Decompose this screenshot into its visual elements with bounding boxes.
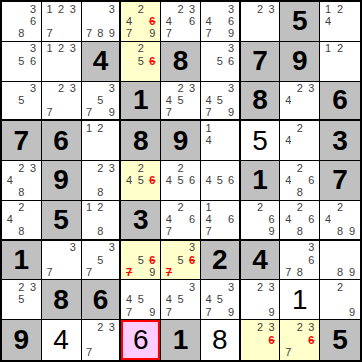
empty-slot xyxy=(16,106,28,118)
candidate-4: 4 xyxy=(322,214,334,226)
empty-slot xyxy=(27,226,39,238)
empty-slot xyxy=(175,266,187,278)
cell-r5c5[interactable]: 2456 xyxy=(161,161,201,201)
cell-r4c8[interactable]: 24 xyxy=(280,121,320,161)
empty-slot xyxy=(322,202,334,214)
candidate-7: 7 xyxy=(163,106,175,118)
pencilmark-grid: 2348 xyxy=(2,161,41,200)
candidate-5: 5 xyxy=(16,55,28,67)
empty-slot xyxy=(294,174,306,186)
candidate-5: 5 xyxy=(135,294,147,306)
candidate-3: 3 xyxy=(27,43,39,55)
candidate-2: 2 xyxy=(175,3,187,15)
cell-r3c1[interactable]: 35 xyxy=(2,82,42,122)
cell-r8c7[interactable]: 239 xyxy=(241,280,281,320)
pencilmark-grid: 5679 xyxy=(121,241,160,280)
empty-slot xyxy=(306,135,318,147)
empty-slot xyxy=(294,147,306,159)
empty-slot xyxy=(186,28,198,40)
cell-r8c4[interactable]: 4579 xyxy=(121,280,161,320)
pencilmark-grid: 2489 xyxy=(320,201,360,239)
pencilmark-grid: 456 xyxy=(201,161,239,200)
candidate-6: 6 xyxy=(225,15,236,27)
cell-r2c1[interactable]: 356 xyxy=(2,42,42,82)
empty-slot xyxy=(55,28,67,40)
empty-slot xyxy=(163,281,175,293)
cell-r3c9[interactable]: 6 xyxy=(320,82,360,122)
cell-r3c2[interactable]: 237 xyxy=(42,82,82,122)
candidate-6: 6 xyxy=(225,174,236,186)
empty-slot xyxy=(243,321,255,334)
empty-slot xyxy=(334,28,346,40)
cell-r7c1[interactable]: 1 xyxy=(2,241,42,281)
empty-slot xyxy=(95,242,106,254)
pencilmark-grid: 24679 xyxy=(121,2,160,41)
cell-r1c4[interactable]: 24679 xyxy=(121,2,161,42)
candidate-7: 7 xyxy=(203,306,214,318)
cell-r7c9[interactable]: 89 xyxy=(320,241,360,281)
candidate-2: 2 xyxy=(254,3,266,15)
cell-r2c7[interactable]: 7 xyxy=(241,42,281,82)
candidate-2: 2 xyxy=(135,43,147,55)
cell-r6c4[interactable]: 3 xyxy=(121,201,161,241)
empty-slot xyxy=(4,43,16,55)
empty-slot xyxy=(84,94,95,106)
empty-slot xyxy=(55,254,67,266)
cell-r5c1[interactable]: 2348 xyxy=(2,161,42,201)
empty-slot xyxy=(203,67,214,79)
candidate-2: 2 xyxy=(135,3,147,15)
cell-r4c1[interactable]: 7 xyxy=(2,121,42,161)
empty-slot xyxy=(147,187,159,199)
cell-r2c9[interactable]: 12 xyxy=(320,42,360,82)
empty-slot xyxy=(334,55,346,67)
candidate-5: 5 xyxy=(214,94,225,106)
empty-slot xyxy=(106,346,117,359)
empty-slot xyxy=(95,346,106,359)
cell-r5c8[interactable]: 2468 xyxy=(280,161,320,201)
cell-r9c8[interactable]: 2367 xyxy=(280,320,320,360)
empty-slot xyxy=(106,334,117,347)
candidate-2: 2 xyxy=(55,83,67,95)
given-digit: 6 xyxy=(332,86,348,114)
given-digit: 3 xyxy=(133,206,149,234)
empty-slot xyxy=(334,254,346,266)
candidate-7: 7 xyxy=(203,28,214,40)
empty-slot xyxy=(27,67,39,79)
candidate-2: 2 xyxy=(175,202,187,214)
struck-candidate-6: 6 xyxy=(186,254,198,266)
empty-slot xyxy=(346,43,358,55)
candidate-3: 3 xyxy=(67,43,79,55)
pencilmark-grid: 235 xyxy=(2,280,41,319)
cell-r1c8[interactable]: 5 xyxy=(280,2,320,42)
empty-slot xyxy=(282,122,294,134)
empty-slot xyxy=(306,162,318,174)
empty-slot xyxy=(135,187,147,199)
cell-r7c3[interactable]: 357 xyxy=(82,241,122,281)
empty-slot xyxy=(163,187,175,199)
cell-r6c7[interactable]: 269 xyxy=(241,201,281,241)
cell-r6c3[interactable]: 128 xyxy=(82,201,122,241)
candidate-7: 7 xyxy=(163,306,175,318)
empty-slot xyxy=(147,162,159,174)
candidate-2: 2 xyxy=(55,3,67,15)
pencilmark-grid: 237 xyxy=(42,82,81,120)
empty-slot xyxy=(225,135,236,147)
cell-r9c1[interactable]: 9 xyxy=(2,320,42,360)
cell-r6c1[interactable]: 248 xyxy=(2,201,42,241)
empty-slot xyxy=(175,187,187,199)
empty-slot xyxy=(322,67,334,79)
empty-slot xyxy=(27,214,39,226)
candidate-7: 7 xyxy=(44,106,56,118)
cell-r9c6[interactable]: 8 xyxy=(201,320,241,360)
cell-r1c3[interactable]: 3789 xyxy=(82,2,122,42)
empty-slot xyxy=(225,202,236,214)
empty-slot xyxy=(106,187,117,199)
pencilmark-grid: 124 xyxy=(320,2,360,41)
candidate-8: 8 xyxy=(334,266,346,278)
candidate-5: 5 xyxy=(214,174,225,186)
cell-r6c8[interactable]: 2468 xyxy=(280,201,320,241)
candidate-8: 8 xyxy=(294,187,306,199)
empty-slot xyxy=(266,15,278,27)
empty-slot xyxy=(306,226,318,238)
given-digit: 1 xyxy=(252,166,268,194)
candidate-3: 3 xyxy=(306,321,318,334)
cell-r8c1[interactable]: 235 xyxy=(2,280,42,320)
empty-slot xyxy=(346,3,358,15)
candidate-7: 7 xyxy=(203,226,214,238)
pencilmark-grid: 239 xyxy=(241,280,280,319)
cell-r2c8[interactable]: 9 xyxy=(280,42,320,82)
empty-slot xyxy=(135,67,147,79)
cell-r1c7[interactable]: 23 xyxy=(241,2,281,42)
cell-r5c9[interactable]: 7 xyxy=(320,161,360,201)
cell-r3c3[interactable]: 3579 xyxy=(82,82,122,122)
empty-slot xyxy=(186,294,198,306)
candidate-4: 4 xyxy=(203,135,214,147)
empty-slot xyxy=(294,346,306,359)
cell-r7c8[interactable]: 3678 xyxy=(280,241,320,281)
empty-slot xyxy=(214,106,225,118)
empty-slot xyxy=(84,187,95,199)
empty-slot xyxy=(203,162,214,174)
empty-slot xyxy=(334,242,346,254)
cell-r5c7[interactable]: 1 xyxy=(241,161,281,201)
pencilmark-grid: 256 xyxy=(121,42,160,81)
cell-r9c9[interactable]: 5 xyxy=(320,320,360,360)
candidate-2: 2 xyxy=(294,321,306,334)
empty-slot xyxy=(254,346,266,359)
cell-r4c5[interactable]: 9 xyxy=(161,121,201,161)
candidate-9: 9 xyxy=(346,306,358,318)
empty-slot xyxy=(282,83,294,95)
empty-slot xyxy=(186,187,198,199)
empty-slot xyxy=(306,187,318,199)
empty-slot xyxy=(84,321,95,334)
empty-slot xyxy=(203,43,214,55)
empty-slot xyxy=(106,122,117,134)
empty-slot xyxy=(55,55,67,67)
empty-slot xyxy=(147,294,159,306)
pencilmark-grid: 3567 xyxy=(161,241,200,280)
empty-slot xyxy=(135,281,147,293)
candidate-1: 1 xyxy=(322,3,334,15)
cell-r4c4[interactable]: 8 xyxy=(121,121,161,161)
candidate-3: 3 xyxy=(306,242,318,254)
empty-slot xyxy=(95,15,106,27)
cell-r6c5[interactable]: 2467 xyxy=(161,201,201,241)
empty-slot xyxy=(243,3,255,15)
candidate-4: 4 xyxy=(203,214,214,226)
cell-r8c9[interactable]: 29 xyxy=(320,280,360,320)
pencilmark-grid: 35 xyxy=(2,82,41,120)
candidate-3: 3 xyxy=(27,3,39,15)
candidate-4: 4 xyxy=(163,214,175,226)
empty-slot xyxy=(214,43,225,55)
empty-slot xyxy=(186,306,198,318)
empty-slot xyxy=(203,281,214,293)
pencilmark-grid: 23467 xyxy=(161,2,200,41)
empty-slot xyxy=(4,187,16,199)
candidate-2: 2 xyxy=(254,202,266,214)
empty-slot xyxy=(214,214,225,226)
cell-r5c4[interactable]: 2456 xyxy=(121,161,161,201)
candidate-8: 8 xyxy=(334,226,346,238)
pencilmark-grid: 12 xyxy=(82,121,120,160)
cell-r3c6[interactable]: 34579 xyxy=(201,82,241,122)
empty-slot xyxy=(346,55,358,67)
empty-slot xyxy=(4,3,16,15)
user-digit: 1 xyxy=(292,286,308,314)
candidate-2: 2 xyxy=(334,281,346,293)
empty-slot xyxy=(214,28,225,40)
cell-r6c6[interactable]: 1467 xyxy=(201,201,241,241)
cell-r7c5[interactable]: 3567 xyxy=(161,241,201,281)
cell-r9c4[interactable]: 6 xyxy=(121,320,161,360)
candidate-4: 4 xyxy=(123,15,135,27)
empty-slot xyxy=(322,28,334,40)
candidate-3: 3 xyxy=(27,162,39,174)
empty-slot xyxy=(225,226,236,238)
cell-r2c3[interactable]: 4 xyxy=(82,42,122,82)
struck-candidate-6: 6 xyxy=(147,15,159,27)
empty-slot xyxy=(294,334,306,347)
empty-slot xyxy=(186,202,198,214)
empty-slot xyxy=(334,67,346,79)
empty-slot xyxy=(55,242,67,254)
cell-r9c7[interactable]: 236 xyxy=(241,320,281,360)
candidate-7: 7 xyxy=(84,266,95,278)
given-digit: 6 xyxy=(93,286,109,314)
empty-slot xyxy=(4,67,16,79)
given-digit: 3 xyxy=(332,127,348,155)
cell-r8c5[interactable]: 3457 xyxy=(161,280,201,320)
empty-slot xyxy=(294,106,306,118)
empty-slot xyxy=(16,43,28,55)
candidate-5: 5 xyxy=(135,55,147,67)
candidate-6: 6 xyxy=(27,55,39,67)
candidate-7: 7 xyxy=(84,346,95,359)
empty-slot xyxy=(243,202,255,214)
cell-r9c2[interactable]: 4 xyxy=(42,320,82,360)
empty-slot xyxy=(294,254,306,266)
cell-r3c4[interactable]: 1 xyxy=(121,82,161,122)
given-digit: 8 xyxy=(133,127,149,155)
empty-slot xyxy=(27,294,39,306)
cell-r7c4[interactable]: 5679 xyxy=(121,241,161,281)
empty-slot xyxy=(67,266,79,278)
empty-slot xyxy=(203,3,214,15)
cell-r7c2[interactable]: 37 xyxy=(42,241,82,281)
empty-slot xyxy=(186,94,198,106)
empty-slot xyxy=(84,254,95,266)
cell-r4c7[interactable]: 5 xyxy=(241,121,281,161)
cell-r8c8[interactable]: 1 xyxy=(280,280,320,320)
pencilmark-grid: 89 xyxy=(320,241,360,280)
struck-candidate-7: 7 xyxy=(123,266,135,278)
empty-slot xyxy=(95,334,106,347)
empty-slot xyxy=(147,43,159,55)
empty-slot xyxy=(106,266,117,278)
cell-r8c6[interactable]: 34579 xyxy=(201,280,241,320)
cell-r3c8[interactable]: 234 xyxy=(280,82,320,122)
candidate-4: 4 xyxy=(203,294,214,306)
empty-slot xyxy=(254,306,266,318)
empty-slot xyxy=(123,3,135,15)
candidate-1: 1 xyxy=(203,202,214,214)
empty-slot xyxy=(225,147,236,159)
empty-slot xyxy=(346,15,358,27)
candidate-3: 3 xyxy=(106,242,117,254)
cell-r4c2[interactable]: 6 xyxy=(42,121,82,161)
empty-slot xyxy=(225,122,236,134)
empty-slot xyxy=(214,162,225,174)
empty-slot xyxy=(55,266,67,278)
pencilmark-grid: 23 xyxy=(241,2,280,41)
empty-slot xyxy=(16,306,28,318)
empty-slot xyxy=(27,106,39,118)
empty-slot xyxy=(95,3,106,15)
empty-slot xyxy=(306,202,318,214)
empty-slot xyxy=(306,122,318,134)
empty-slot xyxy=(346,242,358,254)
candidate-9: 9 xyxy=(266,226,278,238)
cell-r6c9[interactable]: 2489 xyxy=(320,201,360,241)
empty-slot xyxy=(27,202,39,214)
candidate-5: 5 xyxy=(175,254,187,266)
empty-slot xyxy=(4,55,16,67)
struck-candidate-6: 6 xyxy=(266,334,278,347)
cell-r4c6[interactable]: 14 xyxy=(201,121,241,161)
empty-slot xyxy=(163,254,175,266)
pencilmark-grid: 356 xyxy=(2,42,41,81)
cell-r1c9[interactable]: 124 xyxy=(320,2,360,42)
empty-slot xyxy=(306,147,318,159)
candidate-2: 2 xyxy=(254,281,266,293)
cell-r6c2[interactable]: 5 xyxy=(42,201,82,241)
cell-r3c5[interactable]: 23457 xyxy=(161,82,201,122)
candidate-7: 7 xyxy=(44,28,56,40)
candidate-3: 3 xyxy=(67,3,79,15)
cell-r8c3[interactable]: 6 xyxy=(82,280,122,320)
cell-r2c2[interactable]: 123 xyxy=(42,42,82,82)
candidate-3: 3 xyxy=(186,83,198,95)
cell-r4c9[interactable]: 3 xyxy=(320,121,360,161)
cell-r4c3[interactable]: 12 xyxy=(82,121,122,161)
empty-slot xyxy=(44,15,56,27)
cell-r7c6[interactable]: 2 xyxy=(201,241,241,281)
candidate-2: 2 xyxy=(294,162,306,174)
empty-slot xyxy=(282,226,294,238)
cell-r5c6[interactable]: 456 xyxy=(201,161,241,201)
cell-r1c5[interactable]: 23467 xyxy=(161,2,201,42)
empty-slot xyxy=(4,281,16,293)
cell-r7c7[interactable]: 4 xyxy=(241,241,281,281)
empty-slot xyxy=(346,67,358,79)
sudoku-board: 3681237378924679234673467923512435612342… xyxy=(0,0,362,362)
empty-slot xyxy=(186,162,198,174)
candidate-5: 5 xyxy=(175,174,187,186)
cell-r9c3[interactable]: 237 xyxy=(82,320,122,360)
empty-slot xyxy=(135,306,147,318)
cell-r5c3[interactable]: 238 xyxy=(82,161,122,201)
pencilmark-grid: 123 xyxy=(42,42,81,81)
empty-slot xyxy=(147,281,159,293)
candidate-2: 2 xyxy=(334,202,346,214)
cell-r9c5[interactable]: 1 xyxy=(161,320,201,360)
cell-r2c6[interactable]: 356 xyxy=(201,42,241,82)
candidate-3: 3 xyxy=(106,162,117,174)
candidate-1: 1 xyxy=(44,43,56,55)
candidate-1: 1 xyxy=(84,202,95,214)
empty-slot xyxy=(214,122,225,134)
empty-slot xyxy=(214,15,225,27)
cell-r1c1[interactable]: 368 xyxy=(2,2,42,42)
empty-slot xyxy=(67,254,79,266)
candidate-3: 3 xyxy=(306,83,318,95)
candidate-5: 5 xyxy=(135,254,147,266)
empty-slot xyxy=(282,147,294,159)
pencilmark-grid: 14 xyxy=(201,121,239,160)
cell-r1c6[interactable]: 34679 xyxy=(201,2,241,42)
cell-r3c7[interactable]: 8 xyxy=(241,82,281,122)
empty-slot xyxy=(346,28,358,40)
pencilmark-grid: 2468 xyxy=(280,201,319,239)
candidate-9: 9 xyxy=(106,28,117,40)
cell-r5c2[interactable]: 9 xyxy=(42,161,82,201)
pencilmark-grid: 2367 xyxy=(280,320,319,360)
cell-r2c5[interactable]: 8 xyxy=(161,42,201,82)
empty-slot xyxy=(203,83,214,95)
pencilmark-grid: 2456 xyxy=(161,161,200,200)
candidate-7: 7 xyxy=(163,28,175,40)
candidate-7: 7 xyxy=(282,266,294,278)
empty-slot xyxy=(322,254,334,266)
candidate-3: 3 xyxy=(186,242,198,254)
candidate-7: 7 xyxy=(163,226,175,238)
empty-slot xyxy=(243,28,255,40)
candidate-6: 6 xyxy=(225,55,236,67)
cell-r2c4[interactable]: 256 xyxy=(121,42,161,82)
candidate-6: 6 xyxy=(186,214,198,226)
empty-slot xyxy=(44,94,56,106)
cell-r8c2[interactable]: 8 xyxy=(42,280,82,320)
candidate-3: 3 xyxy=(27,281,39,293)
cell-r1c2[interactable]: 1237 xyxy=(42,2,82,42)
